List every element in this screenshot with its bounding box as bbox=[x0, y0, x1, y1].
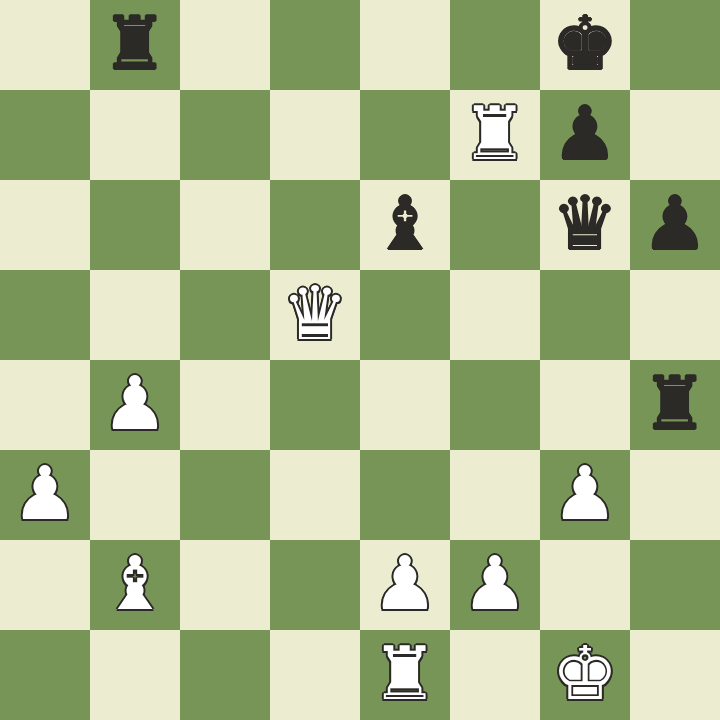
square-c2[interactable] bbox=[180, 540, 270, 630]
square-g5[interactable] bbox=[540, 270, 630, 360]
square-h1[interactable] bbox=[630, 630, 720, 720]
piece-white-pawn[interactable]: ♟ bbox=[102, 358, 168, 448]
square-g7[interactable]: ♟ bbox=[540, 90, 630, 180]
square-c8[interactable] bbox=[180, 0, 270, 90]
square-e1[interactable]: ♜ bbox=[360, 630, 450, 720]
square-a6[interactable] bbox=[0, 180, 90, 270]
square-b3[interactable] bbox=[90, 450, 180, 540]
square-d5[interactable]: ♛ bbox=[270, 270, 360, 360]
piece-white-rook[interactable]: ♜ bbox=[462, 88, 528, 178]
piece-black-bishop[interactable]: ♝ bbox=[372, 178, 438, 268]
square-c7[interactable] bbox=[180, 90, 270, 180]
piece-black-queen[interactable]: ♛ bbox=[552, 178, 618, 268]
chess-board: ♜♚♜♟♝♛♟♛♟♜♟♟♝♟♟♜♚ bbox=[0, 0, 720, 720]
square-e7[interactable] bbox=[360, 90, 450, 180]
square-d7[interactable] bbox=[270, 90, 360, 180]
square-a5[interactable] bbox=[0, 270, 90, 360]
square-a7[interactable] bbox=[0, 90, 90, 180]
piece-black-rook[interactable]: ♜ bbox=[642, 358, 708, 448]
square-f2[interactable]: ♟ bbox=[450, 540, 540, 630]
piece-black-rook[interactable]: ♜ bbox=[102, 0, 168, 88]
square-d1[interactable] bbox=[270, 630, 360, 720]
square-b1[interactable] bbox=[90, 630, 180, 720]
square-e4[interactable] bbox=[360, 360, 450, 450]
square-b4[interactable]: ♟ bbox=[90, 360, 180, 450]
square-b2[interactable]: ♝ bbox=[90, 540, 180, 630]
square-h5[interactable] bbox=[630, 270, 720, 360]
square-f6[interactable] bbox=[450, 180, 540, 270]
square-e3[interactable] bbox=[360, 450, 450, 540]
piece-white-bishop[interactable]: ♝ bbox=[102, 538, 168, 628]
square-b8[interactable]: ♜ bbox=[90, 0, 180, 90]
square-e2[interactable]: ♟ bbox=[360, 540, 450, 630]
piece-white-pawn[interactable]: ♟ bbox=[12, 448, 78, 538]
square-g2[interactable] bbox=[540, 540, 630, 630]
piece-white-pawn[interactable]: ♟ bbox=[462, 538, 528, 628]
square-f5[interactable] bbox=[450, 270, 540, 360]
square-a8[interactable] bbox=[0, 0, 90, 90]
square-e5[interactable] bbox=[360, 270, 450, 360]
square-b7[interactable] bbox=[90, 90, 180, 180]
square-c5[interactable] bbox=[180, 270, 270, 360]
square-a1[interactable] bbox=[0, 630, 90, 720]
square-d6[interactable] bbox=[270, 180, 360, 270]
piece-white-rook[interactable]: ♜ bbox=[372, 628, 438, 718]
piece-black-king[interactable]: ♚ bbox=[552, 0, 618, 88]
square-b6[interactable] bbox=[90, 180, 180, 270]
square-e8[interactable] bbox=[360, 0, 450, 90]
piece-white-king[interactable]: ♚ bbox=[552, 628, 618, 718]
piece-black-pawn[interactable]: ♟ bbox=[552, 88, 618, 178]
piece-black-pawn[interactable]: ♟ bbox=[642, 178, 708, 268]
square-g4[interactable] bbox=[540, 360, 630, 450]
square-h4[interactable]: ♜ bbox=[630, 360, 720, 450]
square-h7[interactable] bbox=[630, 90, 720, 180]
square-f4[interactable] bbox=[450, 360, 540, 450]
square-f1[interactable] bbox=[450, 630, 540, 720]
square-g3[interactable]: ♟ bbox=[540, 450, 630, 540]
square-g8[interactable]: ♚ bbox=[540, 0, 630, 90]
square-d2[interactable] bbox=[270, 540, 360, 630]
square-d4[interactable] bbox=[270, 360, 360, 450]
square-c6[interactable] bbox=[180, 180, 270, 270]
square-c4[interactable] bbox=[180, 360, 270, 450]
square-c3[interactable] bbox=[180, 450, 270, 540]
square-c1[interactable] bbox=[180, 630, 270, 720]
piece-white-queen[interactable]: ♛ bbox=[282, 268, 348, 358]
square-d8[interactable] bbox=[270, 0, 360, 90]
square-e6[interactable]: ♝ bbox=[360, 180, 450, 270]
square-h6[interactable]: ♟ bbox=[630, 180, 720, 270]
square-h2[interactable] bbox=[630, 540, 720, 630]
square-b5[interactable] bbox=[90, 270, 180, 360]
square-f8[interactable] bbox=[450, 0, 540, 90]
square-g1[interactable]: ♚ bbox=[540, 630, 630, 720]
piece-white-pawn[interactable]: ♟ bbox=[372, 538, 438, 628]
piece-white-pawn[interactable]: ♟ bbox=[552, 448, 618, 538]
square-h3[interactable] bbox=[630, 450, 720, 540]
square-f3[interactable] bbox=[450, 450, 540, 540]
square-f7[interactable]: ♜ bbox=[450, 90, 540, 180]
square-h8[interactable] bbox=[630, 0, 720, 90]
square-a3[interactable]: ♟ bbox=[0, 450, 90, 540]
square-d3[interactable] bbox=[270, 450, 360, 540]
square-a2[interactable] bbox=[0, 540, 90, 630]
square-a4[interactable] bbox=[0, 360, 90, 450]
square-g6[interactable]: ♛ bbox=[540, 180, 630, 270]
